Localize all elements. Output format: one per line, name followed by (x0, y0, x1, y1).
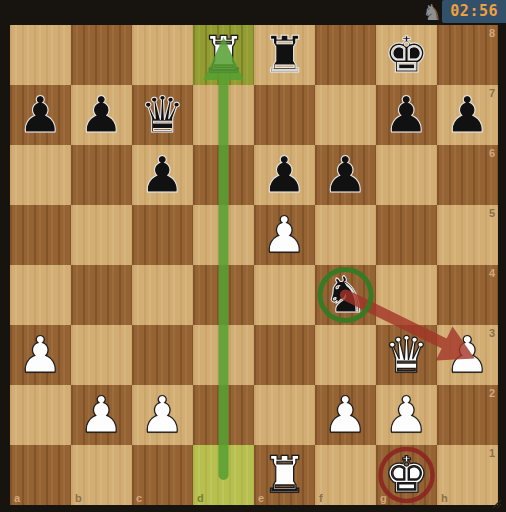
white-pawn[interactable]: ♟ (132, 385, 193, 445)
black-pawn[interactable]: ♟ (315, 145, 376, 205)
square-c8[interactable] (132, 25, 193, 85)
square-g2[interactable]: ♟ (376, 385, 437, 445)
white-pawn[interactable]: ♟ (71, 385, 132, 445)
square-h3[interactable]: ♟3 (437, 325, 498, 385)
rank-label-2: 2 (489, 387, 495, 399)
file-label-d: d (197, 492, 204, 504)
black-queen[interactable]: ♛ (132, 85, 193, 145)
white-pawn[interactable]: ♟ (10, 325, 71, 385)
rank-label-5: 5 (489, 207, 495, 219)
white-pawn[interactable]: ♟ (315, 385, 376, 445)
square-g3[interactable]: ♛ (376, 325, 437, 385)
black-pawn[interactable]: ♟ (132, 145, 193, 205)
square-f2[interactable]: ♟ (315, 385, 376, 445)
square-e6[interactable]: ♟ (254, 145, 315, 205)
square-f4[interactable]: ♞ (315, 265, 376, 325)
white-rook[interactable]: ♜ (254, 445, 315, 505)
square-b2[interactable]: ♟ (71, 385, 132, 445)
square-g8[interactable]: ♚ (376, 25, 437, 85)
square-e3[interactable] (254, 325, 315, 385)
black-rook[interactable]: ♜ (254, 25, 315, 85)
black-king[interactable]: ♚ (376, 25, 437, 85)
square-g1[interactable]: ♚g (376, 445, 437, 505)
rank-label-1: 1 (489, 447, 495, 459)
square-e8[interactable]: ♜ (254, 25, 315, 85)
knight-icon: ♞ (422, 0, 442, 25)
white-pawn[interactable]: ♟ (376, 385, 437, 445)
black-pawn[interactable]: ♟ (437, 85, 498, 145)
rank-label-4: 4 (489, 267, 495, 279)
square-c5[interactable] (132, 205, 193, 265)
file-label-f: f (319, 492, 323, 504)
square-d4[interactable] (193, 265, 254, 325)
square-e2[interactable] (254, 385, 315, 445)
square-h2[interactable]: 2 (437, 385, 498, 445)
white-pawn[interactable]: ♟ (437, 325, 498, 385)
board: ♜♜♚8♟♟♛♟♟7♟♟♟6♟5♞4♟♛♟3♟♟♟♟2abcd♜ef♚gh1 (10, 25, 498, 505)
square-b3[interactable] (71, 325, 132, 385)
square-f8[interactable] (315, 25, 376, 85)
square-b8[interactable] (71, 25, 132, 85)
black-pawn[interactable]: ♟ (71, 85, 132, 145)
rank-label-6: 6 (489, 147, 495, 159)
square-b6[interactable] (71, 145, 132, 205)
square-a4[interactable] (10, 265, 71, 325)
square-a5[interactable] (10, 205, 71, 265)
square-c6[interactable]: ♟ (132, 145, 193, 205)
square-e7[interactable] (254, 85, 315, 145)
square-h4[interactable]: 4 (437, 265, 498, 325)
square-g4[interactable] (376, 265, 437, 325)
square-b4[interactable] (71, 265, 132, 325)
square-d5[interactable] (193, 205, 254, 265)
black-pawn[interactable]: ♟ (254, 145, 315, 205)
square-f3[interactable] (315, 325, 376, 385)
square-f7[interactable] (315, 85, 376, 145)
rank-label-8: 8 (489, 27, 495, 39)
square-h8[interactable]: 8 (437, 25, 498, 85)
square-c3[interactable] (132, 325, 193, 385)
square-c1[interactable]: c (132, 445, 193, 505)
square-a6[interactable] (10, 145, 71, 205)
white-pawn[interactable]: ♟ (254, 205, 315, 265)
square-a3[interactable]: ♟ (10, 325, 71, 385)
file-label-a: a (14, 492, 20, 504)
square-a8[interactable] (10, 25, 71, 85)
clock-time: 02:56 (450, 2, 498, 20)
black-pawn[interactable]: ♟ (10, 85, 71, 145)
square-f1[interactable]: f (315, 445, 376, 505)
square-d7[interactable] (193, 85, 254, 145)
square-d3[interactable] (193, 325, 254, 385)
square-c4[interactable] (132, 265, 193, 325)
square-h7[interactable]: ♟7 (437, 85, 498, 145)
square-c2[interactable]: ♟ (132, 385, 193, 445)
square-b5[interactable] (71, 205, 132, 265)
square-d8[interactable]: ♜ (193, 25, 254, 85)
square-a1[interactable]: a (10, 445, 71, 505)
opponent-clock: 02:56 (442, 0, 506, 23)
square-b7[interactable]: ♟ (71, 85, 132, 145)
square-h6[interactable]: 6 (437, 145, 498, 205)
white-king[interactable]: ♚ (376, 445, 437, 505)
file-label-b: b (75, 492, 82, 504)
square-e5[interactable]: ♟ (254, 205, 315, 265)
square-f5[interactable] (315, 205, 376, 265)
file-label-c: c (136, 492, 142, 504)
top-bar: ♞ 02:56 (0, 0, 506, 25)
square-f6[interactable]: ♟ (315, 145, 376, 205)
square-g7[interactable]: ♟ (376, 85, 437, 145)
black-knight[interactable]: ♞ (315, 265, 376, 325)
square-c7[interactable]: ♛ (132, 85, 193, 145)
black-pawn[interactable]: ♟ (376, 85, 437, 145)
square-h5[interactable]: 5 (437, 205, 498, 265)
square-a7[interactable]: ♟ (10, 85, 71, 145)
square-d6[interactable] (193, 145, 254, 205)
square-b1[interactable]: b (71, 445, 132, 505)
square-d2[interactable] (193, 385, 254, 445)
file-label-h: h (441, 492, 448, 504)
white-rook[interactable]: ♜ (193, 25, 254, 85)
square-g5[interactable] (376, 205, 437, 265)
square-d1[interactable]: d (193, 445, 254, 505)
white-queen[interactable]: ♛ (376, 325, 437, 385)
square-g6[interactable] (376, 145, 437, 205)
square-e1[interactable]: ♜e (254, 445, 315, 505)
square-a2[interactable] (10, 385, 71, 445)
square-e4[interactable] (254, 265, 315, 325)
resize-handle[interactable] (489, 496, 502, 509)
